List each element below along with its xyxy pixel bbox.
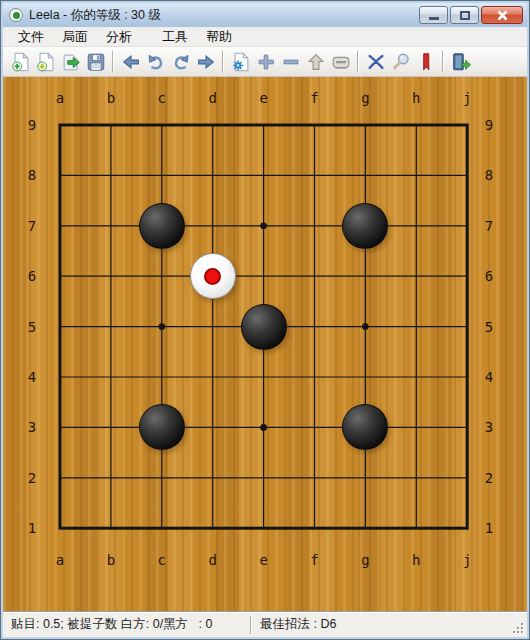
hoshi-point — [158, 323, 165, 330]
menu-item-工具[interactable]: 工具 — [153, 26, 197, 48]
hint-button[interactable] — [388, 49, 413, 74]
row-label-right: 9 — [485, 117, 493, 133]
bookmark-icon — [415, 51, 437, 73]
last-move-button[interactable] — [193, 49, 218, 74]
status-komi-captures: 贴目: 0.5; 被提子数 白方: 0/黑方 : 0 — [3, 616, 250, 633]
toolbar-separator — [112, 51, 114, 72]
column-label-bottom: f — [310, 552, 318, 568]
pass-button[interactable] — [303, 49, 328, 74]
plus-icon — [255, 51, 277, 73]
row-label-right: 7 — [485, 218, 493, 234]
column-label-top: a — [56, 90, 64, 106]
hoshi-point — [362, 323, 369, 330]
column-label-top: d — [208, 90, 216, 106]
analyze-button[interactable] — [228, 49, 253, 74]
row-label-right: 3 — [485, 419, 493, 435]
toolbar — [3, 47, 527, 77]
menu-bar: 文件局面分析工具帮助 — [3, 27, 527, 47]
column-label-bottom: j — [463, 552, 471, 568]
menu-item-局面[interactable]: 局面 — [53, 26, 97, 48]
black-stone-g7 — [342, 203, 388, 249]
redo-button[interactable] — [168, 49, 193, 74]
black-stone-c3 — [139, 404, 185, 450]
row-label-left: 6 — [28, 268, 36, 284]
row-label-left: 2 — [28, 470, 36, 486]
black-stone-g3 — [342, 404, 388, 450]
white-stone-d6 — [190, 253, 236, 299]
status-best-move: 最佳招法 : D6 — [252, 616, 527, 633]
undo-button[interactable] — [143, 49, 168, 74]
toolbar-separator — [442, 51, 444, 72]
resign-icon — [365, 51, 387, 73]
redo-icon — [170, 51, 192, 73]
undo-icon — [145, 51, 167, 73]
toolbar-separator — [222, 51, 224, 72]
column-label-bottom: d — [208, 552, 216, 568]
resize-grip[interactable] — [512, 622, 525, 635]
row-label-right: 5 — [485, 319, 493, 335]
menu-item-帮助[interactable]: 帮助 — [197, 26, 241, 48]
minus-icon — [280, 51, 302, 73]
score-icon — [330, 51, 352, 73]
new-rated-game-icon — [35, 51, 57, 73]
maximize-button[interactable] — [450, 6, 479, 24]
resign-button[interactable] — [363, 49, 388, 74]
status-bar: 贴目: 0.5; 被提子数 白方: 0/黑方 : 0 最佳招法 : D6 — [3, 611, 527, 637]
column-label-top: f — [310, 90, 318, 106]
exit-button[interactable] — [448, 49, 473, 74]
menu-item-分析[interactable]: 分析 — [97, 26, 141, 48]
new-rated-game-button[interactable] — [33, 49, 58, 74]
row-label-left: 9 — [28, 117, 36, 133]
column-label-top: b — [107, 90, 115, 106]
row-label-right: 4 — [485, 369, 493, 385]
last-move-marker — [204, 268, 221, 285]
open-button[interactable] — [58, 49, 83, 74]
column-label-bottom: e — [259, 552, 267, 568]
pass-icon — [305, 51, 327, 73]
exit-icon — [450, 51, 472, 73]
first-move-button[interactable] — [118, 49, 143, 74]
minus-button[interactable] — [278, 49, 303, 74]
column-label-bottom: c — [158, 552, 166, 568]
minimize-icon — [429, 17, 439, 20]
minimize-button[interactable] — [419, 6, 448, 24]
hoshi-point — [260, 222, 267, 229]
close-button[interactable] — [481, 6, 523, 24]
column-label-top: h — [412, 90, 420, 106]
app-window: Leela - 你的等级 : 30 级 文件局面分析工具帮助 aabbccdde… — [0, 0, 530, 640]
column-label-top: e — [259, 90, 267, 106]
column-label-bottom: b — [107, 552, 115, 568]
go-board[interactable]: aabbccddeeffgghhjj998877665544332211 — [3, 77, 527, 611]
column-label-bottom: a — [56, 552, 64, 568]
row-label-left: 8 — [28, 167, 36, 183]
row-label-right: 8 — [485, 167, 493, 183]
save-button[interactable] — [83, 49, 108, 74]
row-label-left: 1 — [28, 520, 36, 536]
hint-icon — [390, 51, 412, 73]
title-bar: Leela - 你的等级 : 30 级 — [3, 3, 527, 27]
toolbar-separator — [357, 51, 359, 72]
analyze-icon — [230, 51, 252, 73]
save-icon — [85, 51, 107, 73]
new-game-button[interactable] — [8, 49, 33, 74]
score-button[interactable] — [328, 49, 353, 74]
row-label-left: 3 — [28, 419, 36, 435]
row-label-left: 4 — [28, 369, 36, 385]
last-move-icon — [195, 51, 217, 73]
window-title: Leela - 你的等级 : 30 级 — [29, 7, 419, 24]
first-move-icon — [120, 51, 142, 73]
column-label-bottom: h — [412, 552, 420, 568]
row-label-left: 5 — [28, 319, 36, 335]
column-label-top: c — [158, 90, 166, 106]
plus-button[interactable] — [253, 49, 278, 74]
row-label-right: 2 — [485, 470, 493, 486]
black-stone-e5 — [241, 304, 287, 350]
row-label-right: 1 — [485, 520, 493, 536]
menu-item-文件[interactable]: 文件 — [9, 26, 53, 48]
bookmark-button[interactable] — [413, 49, 438, 74]
close-icon — [496, 10, 509, 21]
column-label-top: j — [463, 90, 471, 106]
open-icon — [60, 51, 82, 73]
new-game-icon — [10, 51, 32, 73]
column-label-bottom: g — [361, 552, 369, 568]
maximize-icon — [460, 11, 470, 20]
hoshi-point — [260, 424, 267, 431]
column-label-top: g — [361, 90, 369, 106]
black-stone-c7 — [139, 203, 185, 249]
row-label-left: 7 — [28, 218, 36, 234]
row-label-right: 6 — [485, 268, 493, 284]
app-icon — [9, 8, 23, 22]
